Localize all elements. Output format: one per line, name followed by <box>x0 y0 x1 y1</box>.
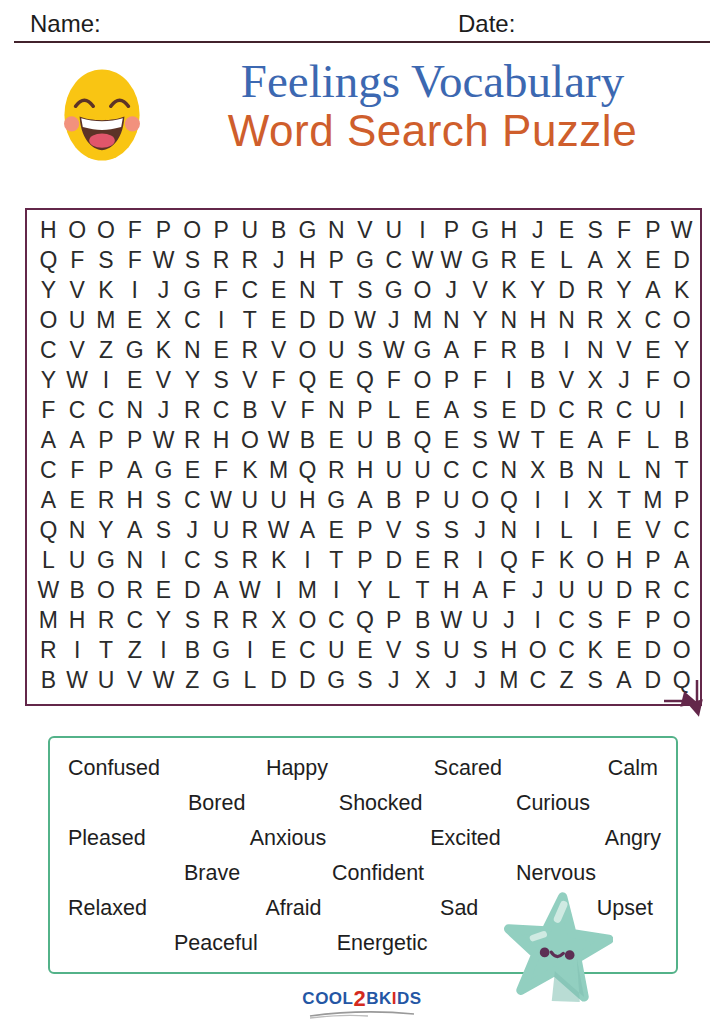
grid-cell: H <box>610 546 639 576</box>
grid-cell: S <box>92 245 121 275</box>
grid-cell: H <box>293 245 322 275</box>
grid-cell: V <box>638 516 667 546</box>
grid-cell: N <box>178 335 207 365</box>
grid-cell: W <box>34 576 63 606</box>
grid-cell: S <box>149 516 178 546</box>
grid-cell: M <box>264 456 293 486</box>
grid-cell: I <box>92 365 121 395</box>
grid-cell: F <box>207 456 236 486</box>
grid-cell: I <box>149 546 178 576</box>
grid-cell: P <box>120 425 149 455</box>
grid-cell: O <box>667 606 696 636</box>
grid-cell: R <box>581 395 610 425</box>
grid-cell: P <box>207 215 236 245</box>
grid-cell: S <box>466 395 495 425</box>
grid-cell: D <box>638 666 667 696</box>
grid-cell: F <box>264 365 293 395</box>
grid-cell: F <box>466 365 495 395</box>
grid-cell: N <box>552 305 581 335</box>
grid-cell: S <box>408 636 437 666</box>
grid-cell: L <box>552 245 581 275</box>
grid-cell: S <box>466 425 495 455</box>
grid-cell: W <box>408 245 437 275</box>
grid-cell: J <box>379 305 408 335</box>
word-item: Confident <box>332 861 424 886</box>
grid-cell: A <box>581 245 610 275</box>
grid-cell: S <box>351 666 380 696</box>
grid-cell: Y <box>178 365 207 395</box>
grid-cell: N <box>638 456 667 486</box>
grid-cell: I <box>293 546 322 576</box>
grid-cell: X <box>523 456 552 486</box>
grid-cell: D <box>293 666 322 696</box>
grid-cell: M <box>34 606 63 636</box>
word-list-row: ConfusedHappyScaredCalm <box>50 751 676 786</box>
grid-cell: E <box>523 245 552 275</box>
grid-cell: O <box>34 305 63 335</box>
grid-cell: H <box>495 215 524 245</box>
site-logo-text: COOL2BKIDS <box>302 989 421 1008</box>
grid-cell: E <box>322 516 351 546</box>
date-label: Date: <box>458 10 515 38</box>
grid-cell: R <box>235 245 264 275</box>
grid-cell: D <box>379 546 408 576</box>
grid-cell: V <box>149 365 178 395</box>
grid-cell: R <box>235 606 264 636</box>
grid-cell: Z <box>178 666 207 696</box>
grid-cell: T <box>408 576 437 606</box>
grid-cell: C <box>610 395 639 425</box>
grid-cell: Y <box>610 275 639 305</box>
grid-cell: R <box>638 576 667 606</box>
grid-cell: I <box>667 395 696 425</box>
grid-cell: I <box>235 636 264 666</box>
grid-cell: P <box>638 546 667 576</box>
grid-cell: G <box>466 245 495 275</box>
grid-cell: N <box>581 335 610 365</box>
grid-cell: O <box>408 275 437 305</box>
grid-cell: P <box>351 395 380 425</box>
puzzle-title: Feelings Vocabulary <box>160 56 705 108</box>
grid-cell: F <box>638 365 667 395</box>
word-item: Nervous <box>516 861 596 886</box>
grid-cell: I <box>552 335 581 365</box>
grid-cell: A <box>120 456 149 486</box>
grid-cell: J <box>610 365 639 395</box>
grid-cell: E <box>408 395 437 425</box>
grid-cell: P <box>322 245 351 275</box>
puzzle-subtitle: Word Search Puzzle <box>160 108 705 154</box>
grid-cell: L <box>235 666 264 696</box>
grid-cell: E <box>322 425 351 455</box>
grid-cell: Y <box>667 335 696 365</box>
grid-cell: O <box>92 576 121 606</box>
grid-cell: L <box>379 395 408 425</box>
grid-cell: I <box>408 215 437 245</box>
grid-cell: A <box>437 395 466 425</box>
grid-cell: O <box>523 636 552 666</box>
grid-cell: A <box>437 335 466 365</box>
grid-cell: N <box>581 456 610 486</box>
grid-cell: J <box>437 275 466 305</box>
word-item: Anxious <box>250 826 327 851</box>
grid-cell: X <box>581 365 610 395</box>
grid-cell: C <box>178 305 207 335</box>
grid-cell: G <box>120 335 149 365</box>
word-item: Brave <box>184 861 240 886</box>
grid-cell: X <box>149 305 178 335</box>
grid-cell: H <box>523 305 552 335</box>
grid-cell: N <box>322 395 351 425</box>
grid-cell: Q <box>293 365 322 395</box>
word-item: Afraid <box>265 896 321 921</box>
grid-cell: C <box>235 275 264 305</box>
grid-cell: O <box>293 606 322 636</box>
grid-cell: K <box>235 456 264 486</box>
grid-cell: L <box>379 576 408 606</box>
grid-cell: U <box>437 486 466 516</box>
grid-cell: X <box>610 305 639 335</box>
grid-cell: Y <box>92 516 121 546</box>
grid-cell: K <box>495 275 524 305</box>
grid-cell: K <box>552 546 581 576</box>
grid-cell: P <box>92 456 121 486</box>
grid-cell: L <box>610 456 639 486</box>
grid-cell: U <box>92 666 121 696</box>
grid-cell: P <box>92 425 121 455</box>
grid-cell: U <box>264 486 293 516</box>
grid-cell: O <box>293 335 322 365</box>
grid-cell: V <box>264 335 293 365</box>
grid-cell: H <box>207 425 236 455</box>
grid-cell: P <box>638 606 667 636</box>
grid-cell: U <box>235 215 264 245</box>
grid-cell: O <box>667 365 696 395</box>
grid-cell: Z <box>120 636 149 666</box>
grid-cell: N <box>495 456 524 486</box>
grid-cell: C <box>34 335 63 365</box>
grid-cell: B <box>293 425 322 455</box>
grid-cell: D <box>667 245 696 275</box>
grid-cell: U <box>235 486 264 516</box>
grid-cell: F <box>120 215 149 245</box>
grid-cell: B <box>379 486 408 516</box>
grid-cell: L <box>638 425 667 455</box>
grid-cell: U <box>207 516 236 546</box>
grid-cell: R <box>120 576 149 606</box>
grid-cell: R <box>495 245 524 275</box>
grid-cell: N <box>293 275 322 305</box>
grid-cell: K <box>581 636 610 666</box>
grid-cell: G <box>322 486 351 516</box>
grid-cell: O <box>667 636 696 666</box>
grid-cell: X <box>581 486 610 516</box>
word-list-row: BoredShockedCurious <box>50 786 676 821</box>
grid-cell: Q <box>408 425 437 455</box>
grid-cell: C <box>120 606 149 636</box>
grid-cell: H <box>63 606 92 636</box>
grid-cell: U <box>322 636 351 666</box>
grid-cell: O <box>581 546 610 576</box>
grid-cell: P <box>379 606 408 636</box>
grid-cell: G <box>178 275 207 305</box>
grid-cell: W <box>149 425 178 455</box>
grid-cell: D <box>264 666 293 696</box>
grid-cell: W <box>379 335 408 365</box>
grid-cell: B <box>178 636 207 666</box>
grid-cell: X <box>264 606 293 636</box>
grid-cell: L <box>34 546 63 576</box>
grid-cell: A <box>581 425 610 455</box>
grid-cell: F <box>34 395 63 425</box>
grid-cell: J <box>466 516 495 546</box>
grid-cell: F <box>63 245 92 275</box>
grid-cell: D <box>523 395 552 425</box>
grid-cell: S <box>207 365 236 395</box>
grid-cell: S <box>351 335 380 365</box>
grid-cell: U <box>322 335 351 365</box>
grid-cell: D <box>638 636 667 666</box>
grid-cell: R <box>437 546 466 576</box>
grid-cell: B <box>667 425 696 455</box>
grid-cell: A <box>207 576 236 606</box>
grid-cell: Q <box>351 606 380 636</box>
grid-cell: U <box>437 636 466 666</box>
grid-cell: B <box>264 215 293 245</box>
grid-cell: N <box>120 395 149 425</box>
grid-cell: A <box>610 666 639 696</box>
grid-cell: J <box>379 666 408 696</box>
grid-cell: I <box>322 576 351 606</box>
grid-cell: Y <box>34 365 63 395</box>
grid-cell: G <box>207 666 236 696</box>
grid-cell: E <box>149 576 178 606</box>
grid-cell: K <box>264 546 293 576</box>
grid-cell: U <box>552 576 581 606</box>
grid-cell: C <box>667 516 696 546</box>
grid-cell: S <box>581 215 610 245</box>
grid-cell: U <box>581 576 610 606</box>
word-item: Excited <box>430 826 501 851</box>
grid-cell: T <box>523 425 552 455</box>
grid-cell: F <box>379 365 408 395</box>
grid-cell: V <box>610 335 639 365</box>
grid-cell: R <box>92 486 121 516</box>
grid-cell: O <box>178 215 207 245</box>
grid-cell: D <box>610 576 639 606</box>
grid-cell: E <box>437 425 466 455</box>
puzzle-grid-box: HOOFPOPUBGNVUIPGHJESFPWQFSFWSRRJHPGCWWGR… <box>25 208 702 706</box>
word-list-row: PleasedAnxiousExcitedAngry <box>50 821 676 856</box>
grid-cell: R <box>235 546 264 576</box>
grid-cell: S <box>408 516 437 546</box>
grid-cell: C <box>293 636 322 666</box>
grid-cell: U <box>408 456 437 486</box>
grid-cell: E <box>495 395 524 425</box>
grid-cell: D <box>293 305 322 335</box>
word-item: Peaceful <box>174 931 258 956</box>
grid-cell: W <box>264 516 293 546</box>
grid-cell: R <box>178 395 207 425</box>
grid-cell: C <box>63 395 92 425</box>
grid-cell: Q <box>351 365 380 395</box>
grid-cell: F <box>466 335 495 365</box>
grid-cell: B <box>379 425 408 455</box>
word-list-row: BraveConfidentNervous <box>50 856 676 891</box>
grid-cell: I <box>523 606 552 636</box>
grid-cell: E <box>610 636 639 666</box>
grid-cell: C <box>523 666 552 696</box>
grid-cell: R <box>235 335 264 365</box>
grid-cell: V <box>466 275 495 305</box>
word-item: Confused <box>68 756 160 781</box>
grid-cell: D <box>322 305 351 335</box>
grid-cell: I <box>466 546 495 576</box>
grid-cell: N <box>120 546 149 576</box>
grid-cell: I <box>581 516 610 546</box>
grid-cell: B <box>235 395 264 425</box>
grid-cell: F <box>610 606 639 636</box>
grid-cell: F <box>610 215 639 245</box>
grid-cell: U <box>63 546 92 576</box>
grid-cell: C <box>638 305 667 335</box>
grid-cell: G <box>293 215 322 245</box>
grid-cell: A <box>63 425 92 455</box>
grid-cell: W <box>437 606 466 636</box>
grid-cell: U <box>379 456 408 486</box>
grid-cell: G <box>466 215 495 245</box>
letter-grid: HOOFPOPUBGNVUIPGHJESFPWQFSFWSRRJHPGCWWGR… <box>27 210 700 704</box>
grid-cell: F <box>495 576 524 606</box>
grid-cell: C <box>552 606 581 636</box>
grid-cell: V <box>63 335 92 365</box>
grid-cell: W <box>207 486 236 516</box>
grid-cell: Q <box>495 486 524 516</box>
grid-cell: R <box>581 305 610 335</box>
grid-cell: J <box>264 245 293 275</box>
grid-cell: S <box>581 606 610 636</box>
grid-cell: A <box>120 516 149 546</box>
grid-cell: B <box>34 666 63 696</box>
grid-cell: V <box>379 516 408 546</box>
grid-cell: Y <box>34 275 63 305</box>
grid-cell: E <box>63 486 92 516</box>
grid-cell: M <box>92 305 121 335</box>
word-item: Calm <box>608 756 658 781</box>
grid-cell: E <box>207 335 236 365</box>
grid-cell: X <box>610 245 639 275</box>
grid-cell: U <box>63 305 92 335</box>
grid-cell: I <box>207 305 236 335</box>
grid-cell: G <box>149 456 178 486</box>
grid-cell: D <box>552 275 581 305</box>
grid-cell: E <box>120 305 149 335</box>
grid-cell: T <box>235 305 264 335</box>
grid-cell: S <box>466 636 495 666</box>
grid-cell: A <box>351 486 380 516</box>
grid-cell: I <box>552 486 581 516</box>
grid-cell: S <box>437 516 466 546</box>
grid-cell: M <box>408 305 437 335</box>
grid-cell: H <box>120 486 149 516</box>
grid-cell: W <box>264 425 293 455</box>
grid-cell: A <box>638 275 667 305</box>
grid-cell: M <box>495 666 524 696</box>
header-underline <box>14 41 710 43</box>
grid-cell: W <box>667 215 696 245</box>
grid-cell: W <box>235 576 264 606</box>
grid-cell: R <box>235 516 264 546</box>
grid-cell: I <box>120 275 149 305</box>
grid-cell: G <box>379 275 408 305</box>
grid-cell: T <box>92 636 121 666</box>
grid-cell: C <box>437 456 466 486</box>
grid-cell: V <box>351 215 380 245</box>
grid-cell: R <box>178 425 207 455</box>
grid-cell: V <box>552 365 581 395</box>
grid-cell: I <box>264 576 293 606</box>
grid-cell: E <box>120 365 149 395</box>
grid-cell: I <box>149 636 178 666</box>
grid-cell: W <box>149 666 178 696</box>
grid-cell: T <box>667 456 696 486</box>
grid-cell: N <box>63 516 92 546</box>
grid-cell: G <box>207 636 236 666</box>
grid-cell: U <box>466 606 495 636</box>
grid-cell: J <box>149 275 178 305</box>
grid-cell: E <box>552 215 581 245</box>
grid-cell: E <box>552 425 581 455</box>
grid-cell: A <box>293 516 322 546</box>
grid-cell: O <box>63 215 92 245</box>
grid-cell: P <box>437 365 466 395</box>
word-item: Curious <box>516 791 590 816</box>
grid-cell: P <box>351 516 380 546</box>
grid-cell: Z <box>552 666 581 696</box>
grid-cell: E <box>638 335 667 365</box>
grid-cell: G <box>322 666 351 696</box>
site-logo: COOL2BKIDS <box>0 986 724 1020</box>
grid-cell: D <box>178 576 207 606</box>
grid-cell: Q <box>34 516 63 546</box>
grid-cell: A <box>667 546 696 576</box>
grid-cell: B <box>63 576 92 606</box>
grid-cell: W <box>351 305 380 335</box>
grid-cell: W <box>63 666 92 696</box>
word-item: Sad <box>440 896 478 921</box>
worksheet-page: Name: Date: Feelings Vocabulary Word Sea… <box>0 0 724 1024</box>
grid-corner-arrow-icon <box>664 680 712 726</box>
grid-cell: R <box>322 456 351 486</box>
grid-cell: C <box>552 636 581 666</box>
star-mascot-icon <box>501 890 613 1008</box>
grid-cell: B <box>523 335 552 365</box>
grid-cell: H <box>495 636 524 666</box>
grid-cell: H <box>351 456 380 486</box>
grid-cell: V <box>264 395 293 425</box>
grid-cell: P <box>638 215 667 245</box>
grid-cell: Q <box>34 245 63 275</box>
word-item: Relaxed <box>68 896 147 921</box>
grid-cell: E <box>351 636 380 666</box>
grid-cell: H <box>437 576 466 606</box>
grid-cell: Z <box>92 335 121 365</box>
grid-cell: C <box>379 245 408 275</box>
grid-cell: U <box>638 395 667 425</box>
word-item: Shocked <box>339 791 423 816</box>
grid-cell: R <box>207 606 236 636</box>
grid-cell: N <box>495 305 524 335</box>
